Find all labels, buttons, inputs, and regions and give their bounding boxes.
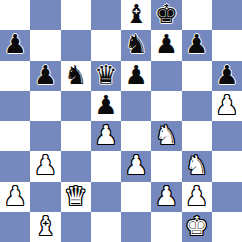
piece-black-pawn[interactable]: ♟ — [155, 31, 178, 57]
piece-white-knight[interactable]: ♞ — [155, 122, 178, 148]
piece-white-pawn[interactable]: ♟ — [215, 92, 238, 118]
square-a4[interactable] — [0, 121, 30, 151]
piece-white-knight[interactable]: ♞ — [185, 152, 208, 178]
square-g2[interactable]: ♟ — [182, 182, 212, 212]
piece-black-pawn[interactable]: ♟ — [3, 31, 26, 57]
square-g7[interactable]: ♟ — [182, 30, 212, 60]
square-e2[interactable] — [121, 182, 151, 212]
square-a1[interactable] — [0, 212, 30, 242]
square-h4[interactable] — [212, 121, 242, 151]
square-a2[interactable]: ♟ — [0, 182, 30, 212]
piece-white-pawn[interactable]: ♟ — [94, 122, 117, 148]
square-d1[interactable] — [91, 212, 121, 242]
square-a8[interactable] — [0, 0, 30, 30]
piece-black-pawn[interactable]: ♟ — [34, 62, 57, 88]
square-g3[interactable]: ♞ — [182, 151, 212, 181]
square-b4[interactable] — [30, 121, 60, 151]
square-f7[interactable]: ♟ — [151, 30, 181, 60]
square-d5[interactable]: ♟ — [91, 91, 121, 121]
square-d2[interactable] — [91, 182, 121, 212]
piece-white-pawn[interactable]: ♟ — [155, 183, 178, 209]
square-c8[interactable] — [61, 0, 91, 30]
square-a5[interactable] — [0, 91, 30, 121]
square-f8[interactable]: ♚ — [151, 0, 181, 30]
piece-black-bishop[interactable]: ♝ — [124, 1, 147, 27]
square-c2[interactable]: ♛ — [61, 182, 91, 212]
piece-white-pawn[interactable]: ♟ — [124, 152, 147, 178]
square-g4[interactable] — [182, 121, 212, 151]
piece-white-queen[interactable]: ♛ — [64, 183, 87, 209]
square-a7[interactable]: ♟ — [0, 30, 30, 60]
square-c6[interactable]: ♞ — [61, 61, 91, 91]
square-h5[interactable]: ♟ — [212, 91, 242, 121]
square-f6[interactable] — [151, 61, 181, 91]
piece-black-king[interactable]: ♚ — [155, 1, 178, 27]
piece-white-king[interactable]: ♚ — [185, 213, 208, 239]
square-b5[interactable] — [30, 91, 60, 121]
piece-black-queen[interactable]: ♛ — [94, 62, 117, 88]
piece-white-pawn[interactable]: ♟ — [3, 183, 26, 209]
piece-black-knight[interactable]: ♞ — [64, 62, 87, 88]
square-b3[interactable]: ♟ — [30, 151, 60, 181]
square-h3[interactable] — [212, 151, 242, 181]
square-f1[interactable] — [151, 212, 181, 242]
square-e7[interactable]: ♞ — [121, 30, 151, 60]
square-e4[interactable] — [121, 121, 151, 151]
square-e8[interactable]: ♝ — [121, 0, 151, 30]
piece-white-pawn[interactable]: ♟ — [34, 152, 57, 178]
square-g6[interactable] — [182, 61, 212, 91]
board-container: ♝♚♟♞♟♟♟♞♛♟♟♟♟♟♞♟♟♞♟♛♟♟♝♚ — [0, 0, 242, 242]
piece-black-knight[interactable]: ♞ — [124, 31, 147, 57]
square-f2[interactable]: ♟ — [151, 182, 181, 212]
square-c7[interactable] — [61, 30, 91, 60]
square-g1[interactable]: ♚ — [182, 212, 212, 242]
square-b1[interactable]: ♝ — [30, 212, 60, 242]
square-d6[interactable]: ♛ — [91, 61, 121, 91]
square-d4[interactable]: ♟ — [91, 121, 121, 151]
square-h8[interactable] — [212, 0, 242, 30]
square-e1[interactable] — [121, 212, 151, 242]
square-e3[interactable]: ♟ — [121, 151, 151, 181]
square-d7[interactable] — [91, 30, 121, 60]
square-f3[interactable] — [151, 151, 181, 181]
square-d3[interactable] — [91, 151, 121, 181]
square-b6[interactable]: ♟ — [30, 61, 60, 91]
square-b2[interactable] — [30, 182, 60, 212]
square-e6[interactable]: ♟ — [121, 61, 151, 91]
square-d8[interactable] — [91, 0, 121, 30]
square-c1[interactable] — [61, 212, 91, 242]
square-a3[interactable] — [0, 151, 30, 181]
square-h6[interactable]: ♟ — [212, 61, 242, 91]
square-c4[interactable] — [61, 121, 91, 151]
square-h1[interactable] — [212, 212, 242, 242]
piece-black-pawn[interactable]: ♟ — [215, 62, 238, 88]
chess-board: ♝♚♟♞♟♟♟♞♛♟♟♟♟♟♞♟♟♞♟♛♟♟♝♚ — [0, 0, 242, 242]
square-g8[interactable] — [182, 0, 212, 30]
square-f5[interactable] — [151, 91, 181, 121]
square-c3[interactable] — [61, 151, 91, 181]
square-g5[interactable] — [182, 91, 212, 121]
square-h7[interactable] — [212, 30, 242, 60]
piece-black-pawn[interactable]: ♟ — [185, 31, 208, 57]
piece-black-pawn[interactable]: ♟ — [94, 92, 117, 118]
square-f4[interactable]: ♞ — [151, 121, 181, 151]
piece-black-pawn[interactable]: ♟ — [124, 62, 147, 88]
square-b8[interactable] — [30, 0, 60, 30]
square-e5[interactable] — [121, 91, 151, 121]
square-b7[interactable] — [30, 30, 60, 60]
square-a6[interactable] — [0, 61, 30, 91]
piece-white-pawn[interactable]: ♟ — [185, 183, 208, 209]
square-h2[interactable] — [212, 182, 242, 212]
square-c5[interactable] — [61, 91, 91, 121]
piece-white-bishop[interactable]: ♝ — [34, 213, 57, 239]
